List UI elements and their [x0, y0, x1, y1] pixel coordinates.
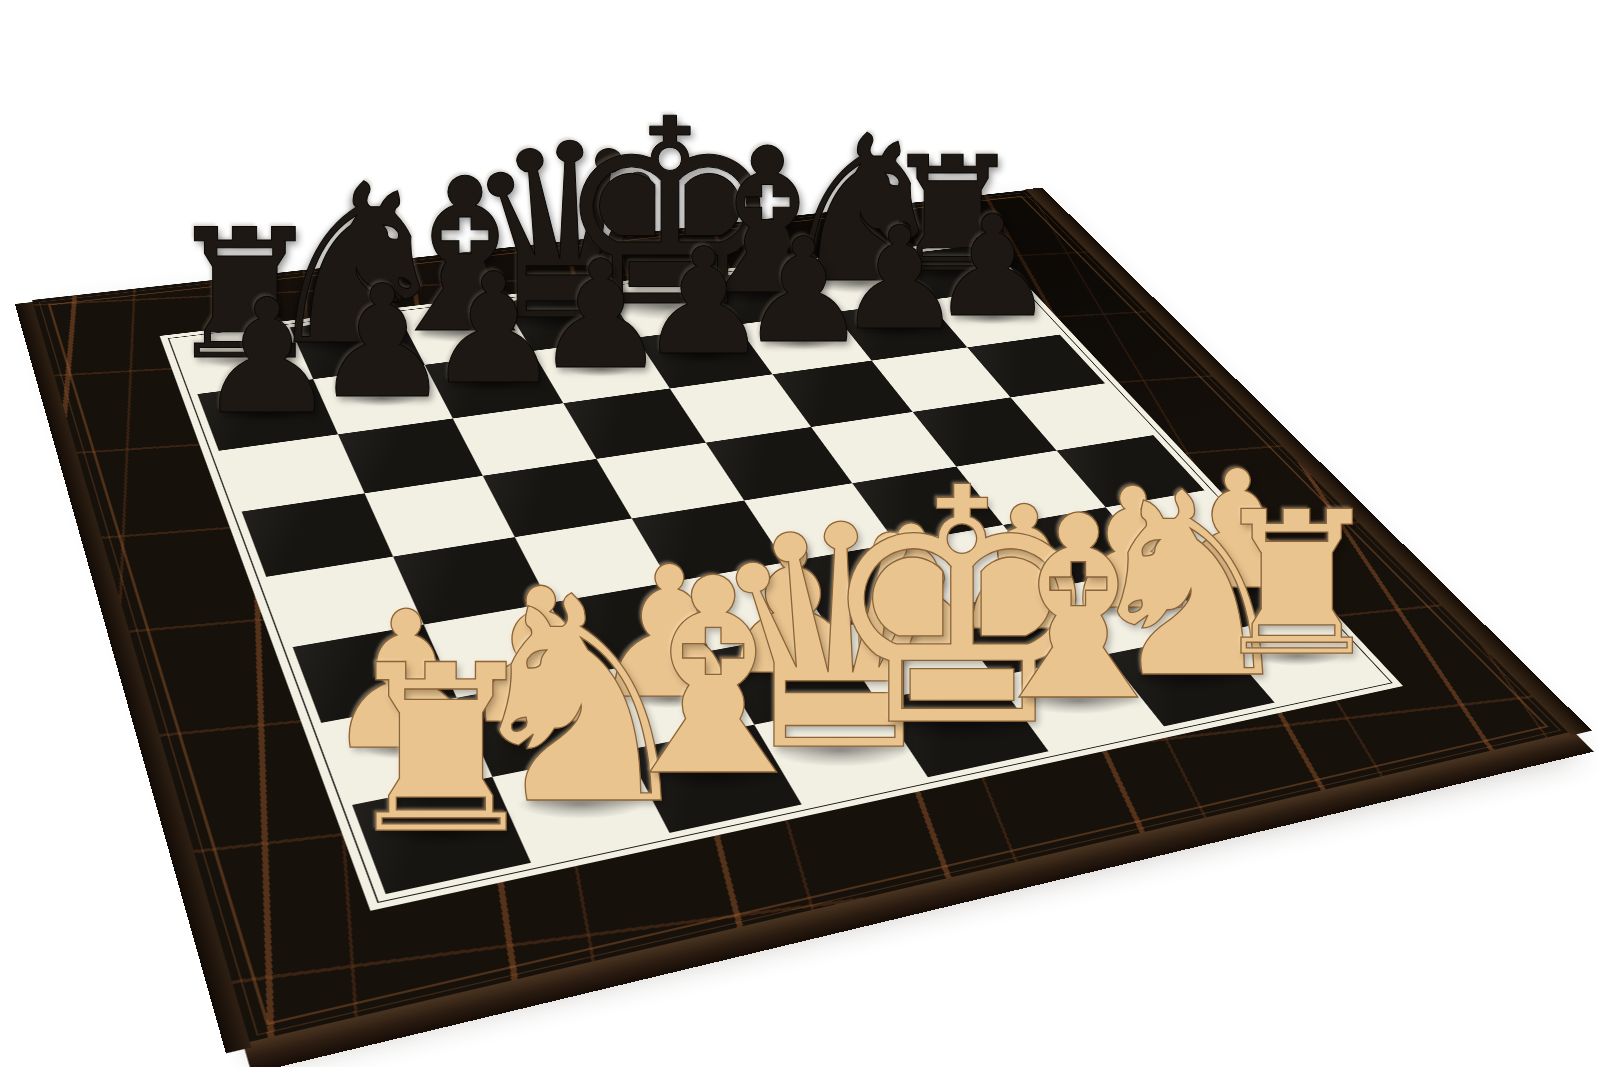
scene: ♜♞♝♛♚♝♞♜♟♟♟♟♟♟♟♟♟♟♟♟♟♟♟♟♜♞♝♛♚♝♞♜ — [0, 0, 1600, 1067]
chess-board — [32, 190, 1570, 1043]
